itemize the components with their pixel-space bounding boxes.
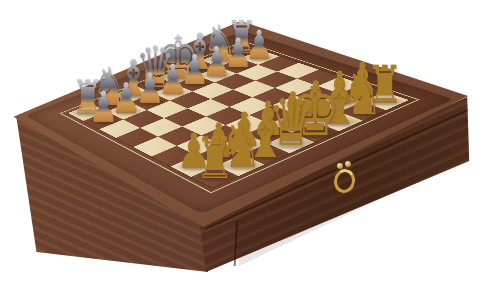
ring-mount-right-icon [345,161,351,167]
chess-set-scene: ♜♞♝♛♚♝♞♜♟♟♟♟♟♟♟♟♟♟♟♟♟♟♟♟♜♞♝♛♚♝♞♜ [0,0,480,303]
piece-white-rook-a1[interactable]: ♜ [194,131,236,187]
piece-black-pawn-a7[interactable]: ♟ [87,86,119,129]
